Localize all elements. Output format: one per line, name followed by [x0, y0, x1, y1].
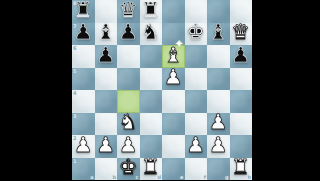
- piece-black-rook[interactable]: ♜: [141, 0, 160, 21]
- piece-white-pawn[interactable]: ♟: [186, 135, 205, 156]
- square-b8[interactable]: [95, 0, 118, 23]
- square-f2[interactable]: ♟: [185, 135, 208, 158]
- piece-white-pawn[interactable]: ♟: [164, 67, 183, 88]
- square-g1[interactable]: g: [207, 158, 230, 181]
- thumbnail-stage: ♜8♛♜♟7♝♟♞♚♝♛6♟♝♟5♟43♞♟♟2♟♟♟♟1ab♚c♜defg♜h…: [0, 0, 320, 180]
- square-a4[interactable]: 4: [72, 90, 95, 113]
- square-h7[interactable]: ♛: [230, 23, 253, 46]
- square-g2[interactable]: ♟: [207, 135, 230, 158]
- file-label-h: h: [247, 174, 251, 180]
- square-c7[interactable]: ♟: [117, 23, 140, 46]
- square-d1[interactable]: ♜d: [140, 158, 163, 181]
- piece-black-pawn[interactable]: ♟: [119, 22, 138, 43]
- letterbox-right: [252, 0, 320, 180]
- square-b1[interactable]: b: [95, 158, 118, 181]
- square-c2[interactable]: ♟: [117, 135, 140, 158]
- piece-black-bishop[interactable]: ♝: [96, 22, 115, 43]
- square-a3[interactable]: 3: [72, 113, 95, 136]
- square-a8[interactable]: ♜8: [72, 0, 95, 23]
- square-g4[interactable]: [207, 90, 230, 113]
- square-h5[interactable]: [230, 68, 253, 91]
- rank-label-1: 1: [73, 158, 76, 164]
- piece-white-knight[interactable]: ♞: [119, 112, 138, 133]
- square-d3[interactable]: [140, 113, 163, 136]
- square-e3[interactable]: [162, 113, 185, 136]
- piece-white-pawn[interactable]: ♟: [209, 135, 228, 156]
- square-d4[interactable]: [140, 90, 163, 113]
- square-e4[interactable]: [162, 90, 185, 113]
- square-f8[interactable]: [185, 0, 208, 23]
- square-f6[interactable]: [185, 45, 208, 68]
- square-c8[interactable]: ♛: [117, 0, 140, 23]
- piece-black-pawn[interactable]: ♟: [74, 22, 93, 43]
- square-g3[interactable]: ♟: [207, 113, 230, 136]
- square-e1[interactable]: e: [162, 158, 185, 181]
- file-label-d: d: [157, 174, 161, 180]
- square-e8[interactable]: [162, 0, 185, 23]
- piece-white-pawn[interactable]: ♟: [96, 135, 115, 156]
- square-h1[interactable]: ♜h: [230, 158, 253, 181]
- file-label-c: c: [136, 174, 139, 180]
- square-b7[interactable]: ♝: [95, 23, 118, 46]
- square-g7[interactable]: ♝: [207, 23, 230, 46]
- square-b6[interactable]: ♟: [95, 45, 118, 68]
- square-d6[interactable]: [140, 45, 163, 68]
- piece-white-queen[interactable]: ♛: [231, 22, 250, 43]
- piece-black-rook[interactable]: ♜: [74, 0, 93, 21]
- square-h2[interactable]: [230, 135, 253, 158]
- square-d8[interactable]: ♜: [140, 0, 163, 23]
- chess-board: ♜8♛♜♟7♝♟♞♚♝♛6♟♝♟5♟43♞♟♟2♟♟♟♟1ab♚c♜defg♜h…: [72, 0, 252, 180]
- square-c4[interactable]: [117, 90, 140, 113]
- square-d5[interactable]: [140, 68, 163, 91]
- piece-black-pawn[interactable]: ♟: [231, 45, 250, 66]
- square-c3[interactable]: ♞: [117, 113, 140, 136]
- rank-label-4: 4: [73, 90, 76, 96]
- square-e2[interactable]: [162, 135, 185, 158]
- piece-white-pawn[interactable]: ♟: [119, 135, 138, 156]
- square-f1[interactable]: f: [185, 158, 208, 181]
- square-h4[interactable]: [230, 90, 253, 113]
- rank-label-7: 7: [73, 23, 76, 29]
- square-h8[interactable]: [230, 0, 253, 23]
- square-g6[interactable]: [207, 45, 230, 68]
- rank-label-6: 6: [73, 45, 76, 51]
- square-a1[interactable]: 1a: [72, 158, 95, 181]
- piece-black-bishop[interactable]: ♝: [209, 22, 228, 43]
- square-f7[interactable]: ♚: [185, 23, 208, 46]
- file-label-g: g: [225, 174, 229, 180]
- letterbox-left: [0, 0, 72, 180]
- square-f3[interactable]: [185, 113, 208, 136]
- square-c1[interactable]: ♚c: [117, 158, 140, 181]
- square-a6[interactable]: 6: [72, 45, 95, 68]
- rank-label-2: 2: [73, 135, 76, 141]
- square-b3[interactable]: [95, 113, 118, 136]
- square-a7[interactable]: ♟7: [72, 23, 95, 46]
- piece-black-knight[interactable]: ♞: [141, 22, 160, 43]
- square-a2[interactable]: ♟2: [72, 135, 95, 158]
- file-label-f: f: [204, 174, 206, 180]
- square-d2[interactable]: [140, 135, 163, 158]
- piece-white-pawn[interactable]: ♟: [209, 112, 228, 133]
- file-label-e: e: [180, 174, 183, 180]
- file-label-b: b: [112, 174, 116, 180]
- square-b4[interactable]: [95, 90, 118, 113]
- square-d7[interactable]: ♞: [140, 23, 163, 46]
- square-e7[interactable]: [162, 23, 185, 46]
- square-h3[interactable]: [230, 113, 253, 136]
- square-c6[interactable]: [117, 45, 140, 68]
- square-b2[interactable]: ♟: [95, 135, 118, 158]
- square-g8[interactable]: [207, 0, 230, 23]
- rank-label-5: 5: [73, 68, 76, 74]
- piece-black-queen[interactable]: ♛: [119, 0, 138, 21]
- square-f5[interactable]: [185, 68, 208, 91]
- rank-label-8: 8: [73, 0, 76, 6]
- piece-white-pawn[interactable]: ♟: [74, 135, 93, 156]
- square-c5[interactable]: [117, 68, 140, 91]
- piece-black-king[interactable]: ♚: [186, 22, 205, 43]
- square-f4[interactable]: [185, 90, 208, 113]
- square-e6[interactable]: ♝: [162, 45, 185, 68]
- square-g5[interactable]: [207, 68, 230, 91]
- square-b5[interactable]: [95, 68, 118, 91]
- square-e5[interactable]: ♟: [162, 68, 185, 91]
- piece-white-bishop[interactable]: ♝: [164, 45, 183, 66]
- rank-label-3: 3: [73, 113, 76, 119]
- square-h6[interactable]: ♟: [230, 45, 253, 68]
- piece-black-pawn[interactable]: ♟: [96, 45, 115, 66]
- file-label-a: a: [90, 174, 93, 180]
- square-a5[interactable]: 5: [72, 68, 95, 91]
